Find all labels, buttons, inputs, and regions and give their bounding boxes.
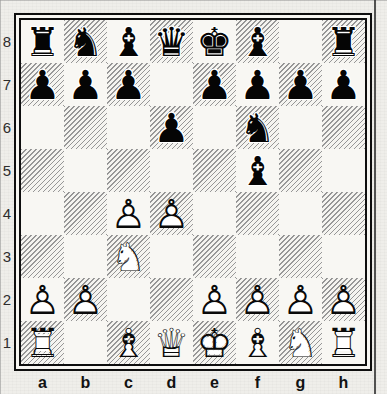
piece-fill-wQ-d1: ♛: [150, 321, 193, 364]
square-g5[interactable]: [279, 149, 322, 192]
square-b7[interactable]: ♟: [64, 63, 107, 106]
piece-bP-g7[interactable]: ♟: [279, 63, 322, 106]
square-a4[interactable]: [21, 192, 64, 235]
piece-bP-f7[interactable]: ♟: [236, 63, 279, 106]
piece-bR-a8[interactable]: ♜: [21, 20, 64, 63]
piece-bR-h8[interactable]: ♜: [322, 20, 365, 63]
square-b2[interactable]: ♟♙: [64, 278, 107, 321]
square-g6[interactable]: [279, 106, 322, 149]
piece-bK-e8[interactable]: ♚: [193, 20, 236, 63]
square-d3[interactable]: [150, 235, 193, 278]
square-g4[interactable]: [279, 192, 322, 235]
square-c3[interactable]: ♞♘: [107, 235, 150, 278]
piece-bP-c7[interactable]: ♟: [107, 63, 150, 106]
rank-label-3: 3: [0, 235, 14, 278]
piece-fill-wP-a2: ♟: [21, 278, 64, 321]
piece-fill-wR-a1: ♜: [21, 321, 64, 364]
square-f3[interactable]: [236, 235, 279, 278]
piece-bB-c8[interactable]: ♝: [107, 20, 150, 63]
square-f1[interactable]: ♝♗: [236, 321, 279, 364]
piece-wP-h2[interactable]: ♙: [322, 278, 365, 321]
square-a6[interactable]: [21, 106, 64, 149]
piece-fill-wP-b2: ♟: [64, 278, 107, 321]
piece-wP-a2[interactable]: ♙: [21, 278, 64, 321]
square-c8[interactable]: ♝: [107, 20, 150, 63]
piece-wP-c4[interactable]: ♙: [107, 192, 150, 235]
piece-fill-wN-c3: ♞: [107, 235, 150, 278]
file-label-a: a: [21, 374, 64, 392]
square-c1[interactable]: ♝♗: [107, 321, 150, 364]
piece-bP-a7[interactable]: ♟: [21, 63, 64, 106]
square-g7[interactable]: ♟: [279, 63, 322, 106]
square-e3[interactable]: [193, 235, 236, 278]
square-d7[interactable]: [150, 63, 193, 106]
piece-fill-wR-h1: ♜: [322, 321, 365, 364]
square-c4[interactable]: ♟♙: [107, 192, 150, 235]
square-a7[interactable]: ♟: [21, 63, 64, 106]
file-label-e: e: [193, 374, 236, 392]
square-e4[interactable]: [193, 192, 236, 235]
square-c6[interactable]: [107, 106, 150, 149]
square-d6[interactable]: ♟: [150, 106, 193, 149]
piece-bB-f5[interactable]: ♝: [236, 149, 279, 192]
piece-bP-b7[interactable]: ♟: [64, 63, 107, 106]
piece-wP-g2[interactable]: ♙: [279, 278, 322, 321]
square-b6[interactable]: [64, 106, 107, 149]
square-b5[interactable]: [64, 149, 107, 192]
piece-wN-g1[interactable]: ♘: [279, 321, 322, 364]
square-a3[interactable]: [21, 235, 64, 278]
piece-fill-wB-f1: ♝: [236, 321, 279, 364]
piece-wR-h1[interactable]: ♖: [322, 321, 365, 364]
piece-fill-wN-g1: ♞: [279, 321, 322, 364]
piece-bP-e7[interactable]: ♟: [193, 63, 236, 106]
square-c2[interactable]: [107, 278, 150, 321]
rank-labels: 87654321: [0, 20, 14, 364]
square-b3[interactable]: [64, 235, 107, 278]
square-h7[interactable]: ♟: [322, 63, 365, 106]
square-b8[interactable]: ♞: [64, 20, 107, 63]
square-c7[interactable]: ♟: [107, 63, 150, 106]
piece-fill-wB-c1: ♝: [107, 321, 150, 364]
file-label-c: c: [107, 374, 150, 392]
square-h1[interactable]: ♜♖: [322, 321, 365, 364]
square-b4[interactable]: [64, 192, 107, 235]
piece-fill-wP-e2: ♟: [193, 278, 236, 321]
square-a5[interactable]: [21, 149, 64, 192]
square-f4[interactable]: [236, 192, 279, 235]
square-d1[interactable]: ♛♕: [150, 321, 193, 364]
square-f7[interactable]: ♟: [236, 63, 279, 106]
square-h3[interactable]: [322, 235, 365, 278]
rank-label-6: 6: [0, 106, 14, 149]
rank-label-8: 8: [0, 20, 14, 63]
square-g3[interactable]: [279, 235, 322, 278]
square-d4[interactable]: ♟♙: [150, 192, 193, 235]
square-d2[interactable]: [150, 278, 193, 321]
piece-wN-c3[interactable]: ♘: [107, 235, 150, 278]
piece-wB-c1[interactable]: ♗: [107, 321, 150, 364]
piece-bQ-d8[interactable]: ♛: [150, 20, 193, 63]
square-h8[interactable]: ♜: [322, 20, 365, 63]
rank-label-4: 4: [0, 192, 14, 235]
piece-fill-wP-d4: ♟: [150, 192, 193, 235]
piece-fill-wP-g2: ♟: [279, 278, 322, 321]
rank-label-7: 7: [0, 63, 14, 106]
file-label-b: b: [64, 374, 107, 392]
piece-wQ-d1[interactable]: ♕: [150, 321, 193, 364]
piece-fill-wP-f2: ♟: [236, 278, 279, 321]
square-e5[interactable]: [193, 149, 236, 192]
square-h2[interactable]: ♟♙: [322, 278, 365, 321]
piece-bP-h7[interactable]: ♟: [322, 63, 365, 106]
chess-diagram: 87654321 ♜♞♝♛♚♝♜♟♟♟♟♟♟♟♟♞♝♟♙♟♙♞♘♟♙♟♙♟♙♟♙…: [0, 0, 387, 394]
chessboard-frame: ♜♞♝♛♚♝♜♟♟♟♟♟♟♟♟♞♝♟♙♟♙♞♘♟♙♟♙♟♙♟♙♟♙♟♙♜♖♝♗♛…: [14, 13, 372, 371]
piece-bB-f8[interactable]: ♝: [236, 20, 279, 63]
square-f5[interactable]: ♝: [236, 149, 279, 192]
square-a1[interactable]: ♜♖: [21, 321, 64, 364]
file-labels: abcdefgh: [21, 374, 365, 392]
file-label-d: d: [150, 374, 193, 392]
file-label-g: g: [279, 374, 322, 392]
piece-fill-wK-e1: ♚: [193, 321, 236, 364]
file-label-f: f: [236, 374, 279, 392]
square-a8[interactable]: ♜: [21, 20, 64, 63]
piece-bN-b8[interactable]: ♞: [64, 20, 107, 63]
piece-wK-e1[interactable]: ♔: [193, 321, 236, 364]
piece-wP-b2[interactable]: ♙: [64, 278, 107, 321]
square-e7[interactable]: ♟: [193, 63, 236, 106]
piece-wP-e2[interactable]: ♙: [193, 278, 236, 321]
square-d8[interactable]: ♛: [150, 20, 193, 63]
piece-fill-wP-c4: ♟: [107, 192, 150, 235]
square-g8[interactable]: [279, 20, 322, 63]
piece-wP-f2[interactable]: ♙: [236, 278, 279, 321]
square-h4[interactable]: [322, 192, 365, 235]
square-e8[interactable]: ♚: [193, 20, 236, 63]
rank-label-1: 1: [0, 321, 14, 364]
file-label-h: h: [322, 374, 365, 392]
board-grid: ♜♞♝♛♚♝♜♟♟♟♟♟♟♟♟♞♝♟♙♟♙♞♘♟♙♟♙♟♙♟♙♟♙♟♙♜♖♝♗♛…: [21, 20, 365, 364]
square-a2[interactable]: ♟♙: [21, 278, 64, 321]
piece-wP-d4[interactable]: ♙: [150, 192, 193, 235]
chessboard-inner-frame: ♜♞♝♛♚♝♜♟♟♟♟♟♟♟♟♞♝♟♙♟♙♞♘♟♙♟♙♟♙♟♙♟♙♟♙♜♖♝♗♛…: [19, 18, 367, 366]
square-h5[interactable]: [322, 149, 365, 192]
square-e1[interactable]: ♚♔: [193, 321, 236, 364]
square-e2[interactable]: ♟♙: [193, 278, 236, 321]
piece-wR-a1[interactable]: ♖: [21, 321, 64, 364]
square-h6[interactable]: [322, 106, 365, 149]
square-f2[interactable]: ♟♙: [236, 278, 279, 321]
piece-bN-f6[interactable]: ♞: [236, 106, 279, 149]
square-c5[interactable]: [107, 149, 150, 192]
square-b1[interactable]: [64, 321, 107, 364]
page-edge-right-line: [374, 0, 376, 394]
piece-wB-f1[interactable]: ♗: [236, 321, 279, 364]
square-f6[interactable]: ♞: [236, 106, 279, 149]
rank-label-5: 5: [0, 149, 14, 192]
square-f8[interactable]: ♝: [236, 20, 279, 63]
piece-fill-wP-h2: ♟: [322, 278, 365, 321]
square-d5[interactable]: [150, 149, 193, 192]
rank-label-2: 2: [0, 278, 14, 321]
piece-bP-d6[interactable]: ♟: [150, 106, 193, 149]
square-g1[interactable]: ♞♘: [279, 321, 322, 364]
page-edge-top-line: [0, 0, 387, 1]
square-e6[interactable]: [193, 106, 236, 149]
square-g2[interactable]: ♟♙: [279, 278, 322, 321]
